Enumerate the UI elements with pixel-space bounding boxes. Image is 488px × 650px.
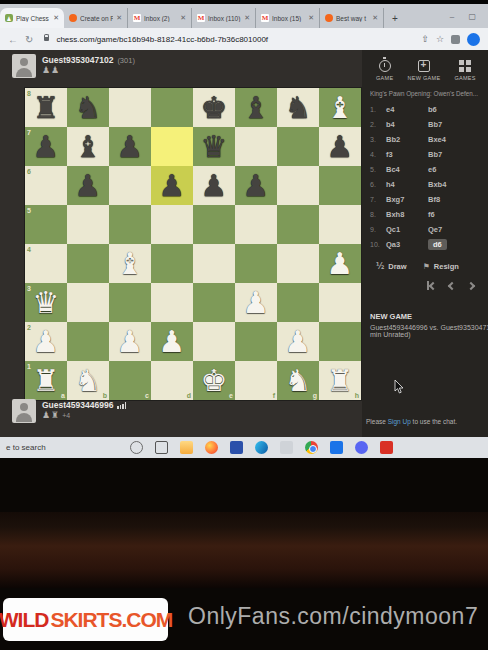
player-name[interactable]: Guest4593446996 [42,400,113,410]
move-row: 1.e4b6 [370,102,488,117]
black-move[interactable]: b6 [428,105,470,114]
folder-taskbar-icon[interactable] [180,441,193,454]
piece-black-pawn[interactable]: ♟ [319,127,361,166]
tab-title: Inbox (110) [208,15,241,22]
captured-piece-icon: ♟ [42,66,50,75]
youtube-taskbar-icon[interactable] [380,441,393,454]
square-a2[interactable]: 2♟ [25,322,67,361]
tab-close-icon[interactable]: ✕ [53,14,59,22]
piece-white-pawn[interactable]: ♟ [235,283,277,322]
resign-button[interactable]: ⚑ Resign [423,262,459,271]
piece-black-bishop[interactable]: ♝ [67,127,109,166]
square-g1[interactable]: g♞ [277,361,319,400]
panel-tab-new-game[interactable]: NEW GAME [407,60,440,81]
square-a4[interactable]: 4 [25,244,67,283]
material-advantage: +4 [62,412,70,419]
rank-label: 5 [27,207,31,214]
black-move[interactable]: f6 [428,210,470,219]
black-move[interactable]: Bb7 [428,120,470,129]
move-row: 3.Bb2Bxe4 [370,132,488,147]
square-g5[interactable] [277,205,319,244]
opponent-bar: Guest9353047102 (301) ♟♟ [12,54,354,86]
half-point-icon: ½ [376,262,384,271]
edge-taskbar-icon[interactable] [255,441,268,454]
player-captured-pieces: ♟♜+4 [42,411,354,420]
piece-white-pawn[interactable]: ♟ [25,322,67,361]
square-d7[interactable] [151,127,193,166]
gmail-favicon-icon: M [133,14,141,22]
rank-label: 6 [27,168,31,175]
file-label: c [145,392,149,399]
piece-black-pawn[interactable]: ♟ [193,166,235,205]
move-number: 10. [370,241,386,248]
panel-tab-label: GAMES [454,75,475,81]
black-move[interactable]: e6 [428,165,470,174]
chess-pawn-favicon-icon: ♟ [5,14,13,22]
square-h6[interactable] [319,166,361,205]
opponent-avatar[interactable] [12,54,36,78]
extensions-icon[interactable] [451,35,460,44]
browser-tab[interactable]: Best way t✕ [320,8,384,28]
square-f7[interactable] [235,127,277,166]
square-h1[interactable]: h♜ [319,361,361,400]
game-panel: GAMENEW GAMEGAMES King's Pawn Opening: O… [362,50,488,437]
mouse-cursor [394,380,404,394]
square-a3[interactable]: 3♛ [25,283,67,322]
orange-circle-favicon-icon [69,14,77,22]
square-b8[interactable]: ♞ [67,88,109,127]
square-g6[interactable] [277,166,319,205]
square-d3[interactable] [151,283,193,322]
piece-white-bishop[interactable]: ♝ [319,88,361,127]
move-row: 8.Bxh8f6 [370,207,488,222]
white-move[interactable]: Qa3 [386,240,428,249]
screen-photo: ♟Play Chess✕Create on P✕MInbox (2)✕MInbo… [0,0,488,650]
move-row: 4.f3Bb7 [370,147,488,162]
square-a1[interactable]: 1a♜ [25,361,67,400]
piece-white-bishop[interactable]: ♝ [109,244,151,283]
previous-move-button[interactable] [448,281,456,289]
piece-black-king[interactable]: ♚ [193,88,235,127]
square-d2[interactable]: ♟ [151,322,193,361]
opponent-name[interactable]: Guest9353047102 [42,55,113,65]
reload-icon[interactable]: ↻ [25,34,33,45]
star-icon[interactable]: ☆ [436,34,444,44]
square-f3[interactable]: ♟ [235,283,277,322]
square-f5[interactable] [235,205,277,244]
move-number: 1. [370,106,386,113]
sign-up-link[interactable]: Sign Up [388,418,411,425]
discord-taskbar-icon[interactable] [355,441,368,454]
captured-piece-icon: ♟ [51,66,59,75]
square-b6[interactable]: ♟ [67,166,109,205]
move-navigation [370,275,488,290]
go-to-start-button[interactable] [427,281,436,290]
square-e8[interactable]: ♚ [193,88,235,127]
new-game-players: Guest4593446996 vs. Guest93530471 [370,324,488,331]
square-e3[interactable] [193,283,235,322]
move-row: 6.h4Bxb4 [370,177,488,192]
square-a8[interactable]: 8♜ [25,88,67,127]
square-h2[interactable] [319,322,361,361]
browser-tab[interactable]: MInbox (15)✕ [256,8,320,28]
black-move[interactable]: Bxe4 [428,135,470,144]
white-move[interactable]: e4 [386,105,428,114]
tab-title: Inbox (2) [144,15,177,22]
white-move[interactable]: h4 [386,180,428,189]
square-b7[interactable]: ♝ [67,127,109,166]
piece-black-knight[interactable]: ♞ [277,88,319,127]
square-c1[interactable]: c [109,361,151,400]
player-avatar[interactable] [12,399,36,423]
tab-close-icon[interactable]: ✕ [372,14,378,22]
square-d5[interactable] [151,205,193,244]
move-list: 1.e4b62.b4Bb73.Bb2Bxe44.f3Bb75.Bc4e66.h4… [370,102,488,252]
square-e7[interactable]: ♛ [193,127,235,166]
taskbar-icons [130,441,393,454]
panel-tab-label: GAME [376,75,393,81]
black-move[interactable]: d6 [428,240,470,249]
black-move[interactable]: Bf8 [428,195,470,204]
piece-black-bishop[interactable]: ♝ [235,88,277,127]
windows-taskbar: e to search [0,437,488,458]
new-tab-icon [418,60,430,72]
panel-tab-label: NEW GAME [407,75,440,81]
square-h8[interactable]: ♝ [319,88,361,127]
square-d8[interactable] [151,88,193,127]
chat-signup-note: Please Sign Up to use the chat. [366,418,457,425]
profile-avatar[interactable] [467,33,480,46]
gmail-favicon-icon: M [197,14,205,22]
address-bar: ← ↻ chess.com/game/bc16b94b-8182-41cc-b6… [0,28,488,50]
url-text[interactable]: chess.com/game/bc16b94b-8182-41cc-b6bd-7… [56,35,414,44]
square-f1[interactable]: f [235,361,277,400]
move-number: 5. [370,166,386,173]
square-h4[interactable]: ♟ [319,244,361,283]
file-label: d [187,392,191,399]
piece-black-queen[interactable]: ♛ [193,127,235,166]
square-c3[interactable] [109,283,151,322]
opponent-rating: (301) [117,56,135,65]
piece-white-knight[interactable]: ♞ [277,361,319,400]
move-row: 7.Bxg7Bf8 [370,192,488,207]
square-b1[interactable]: b♞ [67,361,109,400]
piece-white-pawn[interactable]: ♟ [151,322,193,361]
captured-piece-icon: ♜ [51,411,59,420]
square-g8[interactable]: ♞ [277,88,319,127]
move-row: 9.Qc1Qe7 [370,222,488,237]
tab-close-icon[interactable]: ✕ [244,14,250,22]
square-c7[interactable]: ♟ [109,127,151,166]
move-row: 5.Bc4e6 [370,162,488,177]
square-f8[interactable]: ♝ [235,88,277,127]
browser-tab[interactable]: Create on P✕ [64,8,128,28]
move-number: 4. [370,151,386,158]
square-h7[interactable]: ♟ [319,127,361,166]
new-game-info: NEW GAME Guest4593446996 vs. Guest935304… [370,312,488,338]
square-a6[interactable]: 6 [25,166,67,205]
share-icon[interactable]: ⇧ [421,34,429,44]
wildskirts-watermark: WILD SKIRTS.COM [3,598,168,641]
draw-button[interactable]: ½ Draw [376,262,407,271]
square-f6[interactable]: ♟ [235,166,277,205]
teams-taskbar-icon[interactable] [230,441,243,454]
square-d6[interactable]: ♟ [151,166,193,205]
square-g4[interactable] [277,244,319,283]
connection-signal-icon [117,402,126,409]
square-h3[interactable] [319,283,361,322]
piece-white-queen[interactable]: ♛ [25,283,67,322]
square-b2[interactable] [67,322,109,361]
square-a5[interactable]: 5 [25,205,67,244]
piece-white-king[interactable]: ♚ [193,361,235,400]
piece-white-pawn[interactable]: ♟ [319,244,361,283]
new-game-time-control: min Unrated) [370,331,488,338]
square-c8[interactable] [109,88,151,127]
square-e4[interactable] [193,244,235,283]
square-g2[interactable]: ♟ [277,322,319,361]
square-c5[interactable] [109,205,151,244]
square-f4[interactable] [235,244,277,283]
square-g7[interactable] [277,127,319,166]
new-tab-button[interactable]: + [392,13,398,24]
black-move[interactable]: Qe7 [428,225,470,234]
piece-white-knight[interactable]: ♞ [67,361,109,400]
panel-tab-games[interactable]: GAMES [454,60,475,81]
piece-white-rook[interactable]: ♜ [25,361,67,400]
square-d1[interactable]: d [151,361,193,400]
back-icon[interactable]: ← [8,34,18,45]
tab-title: Inbox (15) [272,15,305,22]
player-bar: Guest4593446996 ♟♜+4 [12,399,354,431]
opening-name: King's Pawn Opening: Owen's Defen... [370,87,488,102]
browser-tab[interactable]: MInbox (2)✕ [128,8,192,28]
laptop-hinge [0,512,488,588]
black-move[interactable]: Bxb4 [428,180,470,189]
tab-close-icon[interactable]: ✕ [308,14,314,22]
piece-white-pawn[interactable]: ♟ [277,322,319,361]
piece-black-rook[interactable]: ♜ [25,88,67,127]
square-f2[interactable] [235,322,277,361]
games-tab-icon [459,60,471,72]
square-c2[interactable]: ♟ [109,322,151,361]
square-a7[interactable]: 7♟ [25,127,67,166]
piece-black-pawn[interactable]: ♟ [25,127,67,166]
orange-circle-favicon-icon [325,14,333,22]
game-tab-icon [379,60,391,72]
white-move[interactable]: Bxh8 [386,210,428,219]
tab-title: Create on P [80,15,113,22]
white-move[interactable]: Bxg7 [386,195,428,204]
move-number: 9. [370,226,386,233]
tab-close-icon[interactable]: ✕ [116,14,122,22]
move-row: 2.b4Bb7 [370,117,488,132]
chrome-taskbar-icon[interactable] [305,441,318,454]
chess-board: 8♜♞♚♝♞♝7♟♝♟♛♟6♟♟♟♟54♝♟3♛♟2♟♟♟♟1a♜b♞cde♚f… [25,88,361,400]
white-move[interactable]: b4 [386,120,428,129]
tab-title: Best way t [336,15,369,22]
opponent-captured-pieces: ♟♟ [42,66,354,75]
square-e2[interactable] [193,322,235,361]
next-move-button[interactable] [467,281,475,289]
gmail-favicon-icon: M [261,14,269,22]
square-e5[interactable] [193,205,235,244]
move-number: 8. [370,211,386,218]
browser-tab[interactable]: MInbox (110)✕ [192,8,256,28]
move-number: 6. [370,181,386,188]
white-move[interactable]: Qc1 [386,225,428,234]
taskview-taskbar-icon[interactable] [155,441,168,454]
captured-piece-icon: ♟ [42,411,50,420]
tab-close-icon[interactable]: ✕ [180,14,186,22]
piece-white-rook[interactable]: ♜ [319,361,361,400]
window-controls[interactable]: – ▢ [450,12,482,21]
tab-title: Play Chess [16,15,50,22]
black-move[interactable]: Bb7 [428,150,470,159]
new-game-title: NEW GAME [370,312,488,321]
piece-black-pawn[interactable]: ♟ [67,166,109,205]
panel-tab-game[interactable]: GAME [376,60,393,81]
piece-black-pawn[interactable]: ♟ [151,166,193,205]
square-h5[interactable] [319,205,361,244]
white-move[interactable]: f3 [386,150,428,159]
piece-black-pawn[interactable]: ♟ [235,166,277,205]
square-c6[interactable] [109,166,151,205]
resign-flag-icon: ⚑ [423,262,430,271]
move-row: 10.Qa3d6 [370,237,488,252]
onlyfans-watermark: OnlyFans.com/cindymoon7 [188,603,478,630]
square-b3[interactable] [67,283,109,322]
browser-tab-strip: ♟Play Chess✕Create on P✕MInbox (2)✕MInbo… [0,4,488,28]
piece-black-pawn[interactable]: ♟ [109,127,151,166]
chess-page: Guest9353047102 (301) ♟♟ 8:40 ⚙ 8♜♞♚♝♞♝7… [0,50,488,437]
file-label: f [273,392,275,399]
calendar-taskbar-icon[interactable] [330,441,343,454]
panel-tabs: GAMENEW GAMEGAMES [370,56,488,87]
white-move[interactable]: Bc4 [386,165,428,174]
square-b5[interactable] [67,205,109,244]
rank-label: 4 [27,246,31,253]
piece-black-knight[interactable]: ♞ [67,88,109,127]
square-c4[interactable]: ♝ [109,244,151,283]
piece-white-pawn[interactable]: ♟ [109,322,151,361]
square-e6[interactable]: ♟ [193,166,235,205]
move-number: 2. [370,121,386,128]
lock-icon [44,37,49,41]
square-g3[interactable] [277,283,319,322]
square-e1[interactable]: e♚ [193,361,235,400]
photos-taskbar-icon[interactable] [280,441,293,454]
cortana-taskbar-icon[interactable] [130,441,143,454]
browser-tab[interactable]: ♟Play Chess✕ [0,8,64,28]
white-move[interactable]: Bb2 [386,135,428,144]
move-number: 7. [370,196,386,203]
move-number: 3. [370,136,386,143]
firefox-taskbar-icon[interactable] [205,441,218,454]
square-b4[interactable] [67,244,109,283]
taskbar-search[interactable]: e to search [6,443,116,452]
square-d4[interactable] [151,244,193,283]
